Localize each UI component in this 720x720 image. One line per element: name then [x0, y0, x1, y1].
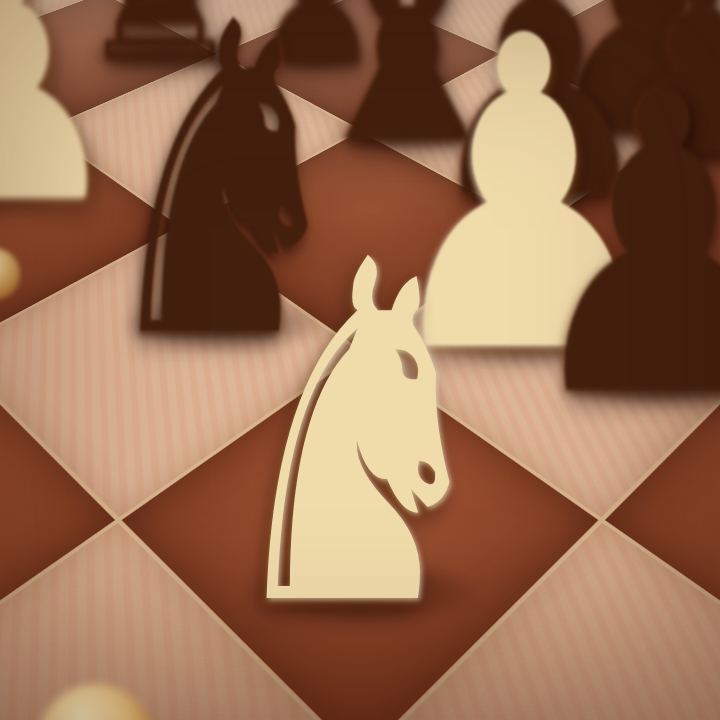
piece-white-pawn-f2[interactable]: [38, 684, 154, 720]
piece-white-knight-f3[interactable]: ♞: [215, 201, 502, 671]
piece-black-pawn-g5[interactable]: ♟: [515, 39, 720, 454]
chessboard-photo: ♜♟♝♟♟♟♟♞♟♟♞: [0, 0, 720, 720]
pieces-layer: ♜♟♝♟♟♟♟♞♟♟♞: [0, 0, 720, 720]
